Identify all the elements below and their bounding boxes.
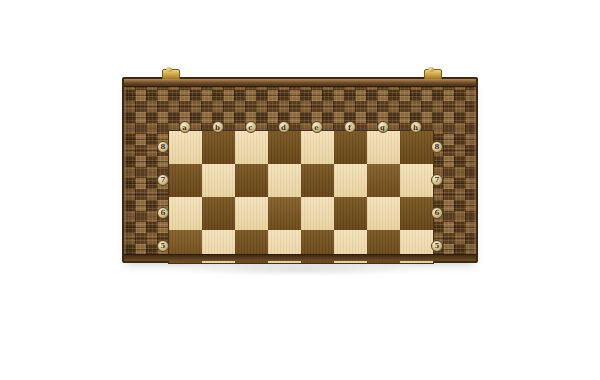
square-c6 xyxy=(235,197,268,230)
file-label-f: f xyxy=(344,121,356,133)
file-label-c: c xyxy=(245,121,257,133)
square-d7 xyxy=(268,164,301,197)
file-label-a: a xyxy=(179,121,191,133)
file-label-b: b xyxy=(212,121,224,133)
chess-board xyxy=(168,130,434,264)
square-f7 xyxy=(334,164,367,197)
square-b7 xyxy=(202,164,235,197)
square-c8 xyxy=(235,131,268,164)
square-a6 xyxy=(169,197,202,230)
rank-label-left-7: 7 xyxy=(157,174,169,186)
square-g7 xyxy=(367,164,400,197)
square-b6 xyxy=(202,197,235,230)
square-h7 xyxy=(400,164,433,197)
rank-label-left-5: 5 xyxy=(157,240,169,252)
square-d6 xyxy=(268,197,301,230)
rank-label-left-6: 6 xyxy=(157,207,169,219)
square-f6 xyxy=(334,197,367,230)
square-h8 xyxy=(400,131,433,164)
drop-shadow xyxy=(128,264,472,276)
rank-label-right-8: 8 xyxy=(431,141,443,153)
square-e8 xyxy=(301,131,334,164)
product-photo: abcdefgh88776655 xyxy=(0,0,600,380)
file-label-h: h xyxy=(410,121,422,133)
box-top-rim xyxy=(124,79,476,87)
square-g6 xyxy=(367,197,400,230)
square-c7 xyxy=(235,164,268,197)
square-e6 xyxy=(301,197,334,230)
file-label-e: e xyxy=(311,121,323,133)
file-label-g: g xyxy=(377,121,389,133)
square-e7 xyxy=(301,164,334,197)
square-a8 xyxy=(169,131,202,164)
square-d8 xyxy=(268,131,301,164)
square-b8 xyxy=(202,131,235,164)
square-a7 xyxy=(169,164,202,197)
fold-edge xyxy=(124,254,476,261)
square-g8 xyxy=(367,131,400,164)
rank-label-left-8: 8 xyxy=(157,141,169,153)
file-label-d: d xyxy=(278,121,290,133)
chess-box: abcdefgh88776655 xyxy=(122,77,478,263)
rank-label-right-6: 6 xyxy=(431,207,443,219)
rank-label-right-5: 5 xyxy=(431,240,443,252)
square-h6 xyxy=(400,197,433,230)
rank-label-right-7: 7 xyxy=(431,174,443,186)
square-f8 xyxy=(334,131,367,164)
